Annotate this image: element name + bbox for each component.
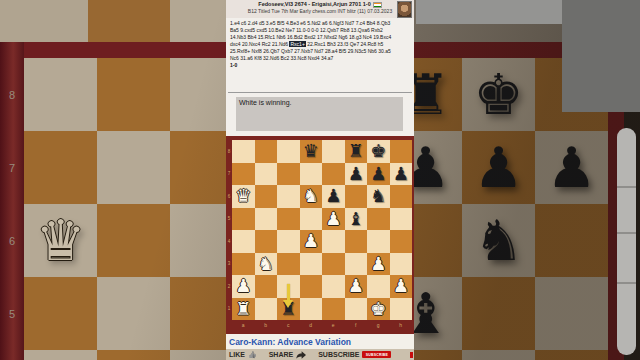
- white-rook: ♜: [235, 300, 251, 318]
- square-d8[interactable]: ♛: [300, 140, 323, 163]
- video-frame: 8765 ♛♜♚♟♟♟♛♞♟♞♟♝♟♞♟♟♟♟♜♜♚ Fedoseev,Vl3 …: [0, 0, 640, 360]
- square-b2[interactable]: [255, 275, 278, 298]
- panel-divider: [228, 92, 412, 93]
- white-pawn: ♟: [348, 277, 364, 295]
- move-line[interactable]: 1.e4 c6 2.d4 d5 3.e5 Bf5 4.Be3 e6 5.Nd2 …: [230, 20, 410, 27]
- action-bar: LIKE 👍 SHARE SUBSCRIBE SUBSCRIBE: [226, 349, 414, 360]
- square-c5[interactable]: [277, 208, 300, 231]
- move-line[interactable]: 25.Rxf8+ Nxf8 26.Qb7 Qxb7 27.Nxb7 Nd7 28…: [230, 48, 410, 55]
- black-pawn: ♟: [473, 140, 523, 196]
- main-board: 87654321 ♛♜♚♟♟♟♛♞♟♞♟♝♟♞♟♟♟♟♜♜♚ abcdefgh: [226, 136, 414, 334]
- players-text: Fedoseev,Vl3 2674 - Erigaisi,Arjun 2701 …: [258, 1, 370, 7]
- black-pawn: ♟: [348, 165, 364, 183]
- players-line: Fedoseev,Vl3 2674 - Erigaisi,Arjun 2701 …: [226, 1, 414, 8]
- india-flag-icon: [373, 2, 382, 8]
- square-d6[interactable]: ♞: [300, 185, 323, 208]
- square-a5[interactable]: [232, 208, 255, 231]
- file-label-c: c: [277, 320, 300, 331]
- square-g8: ♚: [462, 58, 535, 131]
- square-f7[interactable]: ♟: [345, 163, 368, 186]
- game-result: 1-0: [230, 62, 410, 69]
- share-arrow-icon[interactable]: [296, 351, 306, 359]
- square-d5[interactable]: [300, 208, 323, 231]
- square-g7: ♟: [462, 131, 535, 204]
- square-h7: ♟: [535, 131, 608, 204]
- square-c8[interactable]: [277, 140, 300, 163]
- square-f2[interactable]: ♟: [345, 275, 368, 298]
- black-bishop: ♝: [348, 210, 364, 228]
- square-b1[interactable]: [255, 298, 278, 321]
- move-line[interactable]: dxc4 20.Nxc4 Rc2 21.Nd6 Rxc1+ 22.Rxc1 Bh…: [230, 41, 410, 48]
- square-f4[interactable]: [345, 230, 368, 253]
- square-g6[interactable]: ♞: [367, 185, 390, 208]
- square-b7: [97, 131, 170, 204]
- square-f1[interactable]: [345, 298, 368, 321]
- background-rank-label-8: 8: [0, 88, 24, 102]
- black-rook: ♜: [348, 142, 364, 160]
- square-b7[interactable]: [255, 163, 278, 186]
- square-g4: [462, 350, 535, 360]
- square-h6[interactable]: [390, 185, 413, 208]
- white-king: ♚: [370, 300, 386, 318]
- evaluation-text: White is winning.: [239, 99, 292, 106]
- move-text[interactable]: 22.Rxc1 Bh3 23.f3 Qe7 24.Rc8 h5: [306, 41, 384, 47]
- square-e8[interactable]: [322, 140, 345, 163]
- thumbs-up-icon[interactable]: 👍: [248, 351, 257, 359]
- square-g2[interactable]: [367, 275, 390, 298]
- square-b8: [97, 58, 170, 131]
- square-b6: [97, 204, 170, 277]
- square-f3[interactable]: [345, 253, 368, 276]
- move-arrow-head: [283, 300, 293, 308]
- square-c4[interactable]: [277, 230, 300, 253]
- square-h5[interactable]: [390, 208, 413, 231]
- square-h1[interactable]: [390, 298, 413, 321]
- top-gray-panel: [416, 0, 566, 24]
- white-pawn: ♟: [303, 232, 319, 250]
- square-f8[interactable]: ♜: [345, 140, 368, 163]
- square-h5: [535, 277, 608, 350]
- black-pawn: ♟: [546, 140, 596, 196]
- subscribe-button-text: SUBSCRIBE: [366, 353, 388, 357]
- share-label[interactable]: SHARE: [269, 351, 294, 358]
- square-a4: [24, 350, 97, 360]
- scroll-bar-segment: [617, 282, 636, 284]
- file-label-f: f: [345, 320, 368, 331]
- square-d3[interactable]: [300, 253, 323, 276]
- cutoff-red-element: [410, 352, 413, 358]
- caption-strip: Caro-Kann: Advance Variation: [226, 334, 414, 349]
- white-pawn: ♟: [235, 277, 251, 295]
- square-b4[interactable]: [255, 230, 278, 253]
- square-a6[interactable]: ♛: [232, 185, 255, 208]
- square-a7[interactable]: [232, 163, 255, 186]
- square-e7[interactable]: [322, 163, 345, 186]
- move-line[interactable]: Ba5 9.cxd5 cxd5 10.Be2 Ne7 11.0-0 0-0 12…: [230, 27, 410, 34]
- square-b5[interactable]: [255, 208, 278, 231]
- square-b3[interactable]: ♞: [255, 253, 278, 276]
- square-e4[interactable]: [322, 230, 345, 253]
- board-grid: ♛♜♚♟♟♟♛♞♟♞♟♝♟♞♟♟♟♟♜♜♚: [232, 140, 412, 320]
- white-queen: ♛: [35, 213, 85, 269]
- black-knight: ♞: [473, 213, 523, 269]
- highlighted-move[interactable]: Rxc1+: [289, 41, 305, 47]
- like-label[interactable]: LIKE: [229, 351, 245, 358]
- square-a8: [24, 58, 97, 131]
- notation-panel: Fedoseev,Vl3 2674 - Erigaisi,Arjun 2701 …: [226, 0, 414, 136]
- square-a3[interactable]: [232, 253, 255, 276]
- square-h2[interactable]: ♟: [390, 275, 413, 298]
- white-pawn: ♟: [325, 210, 341, 228]
- square-h7[interactable]: ♟: [390, 163, 413, 186]
- move-arrow: [287, 284, 290, 301]
- subscribe-label[interactable]: SUBSCRIBE: [318, 351, 359, 358]
- black-pawn: ♟: [325, 187, 341, 205]
- square-a5: [24, 277, 97, 350]
- square-c6[interactable]: [277, 185, 300, 208]
- square-a8[interactable]: [232, 140, 255, 163]
- square-f5[interactable]: ♝: [345, 208, 368, 231]
- square-e6[interactable]: ♟: [322, 185, 345, 208]
- square-g8[interactable]: ♚: [367, 140, 390, 163]
- black-queen: ♛: [303, 142, 319, 160]
- white-pawn: ♟: [393, 277, 409, 295]
- square-h8[interactable]: [390, 140, 413, 163]
- black-pawn: ♟: [393, 165, 409, 183]
- square-b6[interactable]: [255, 185, 278, 208]
- square-g5[interactable]: [367, 208, 390, 231]
- square-a7: [24, 131, 97, 204]
- move-text[interactable]: dxc4 20.Nxc4 Rc2 21.Nd6: [230, 41, 289, 47]
- square-a2[interactable]: ♟: [232, 275, 255, 298]
- white-knight: ♞: [303, 187, 319, 205]
- file-label-b: b: [255, 320, 278, 331]
- player-photo: [397, 1, 412, 18]
- file-labels: abcdefgh: [232, 320, 412, 331]
- square-a4[interactable]: [232, 230, 255, 253]
- square-d4[interactable]: ♟: [300, 230, 323, 253]
- square-g7[interactable]: ♟: [367, 163, 390, 186]
- square-f6[interactable]: [345, 185, 368, 208]
- background-rank-label-6: 6: [0, 234, 24, 248]
- square-e2[interactable]: [322, 275, 345, 298]
- move-line[interactable]: Nc6 31.a6 Kf8 32.Nd6 Bc2 33.Nc8 Nxd4 34.…: [230, 55, 410, 62]
- black-king: ♚: [370, 142, 386, 160]
- game-header: Fedoseev,Vl3 2674 - Erigaisi,Arjun 2701 …: [226, 0, 414, 18]
- background-board-left-border: 8765: [0, 42, 24, 360]
- square-d7[interactable]: [300, 163, 323, 186]
- square-d1[interactable]: [300, 298, 323, 321]
- right-scroll-bar[interactable]: [617, 128, 636, 355]
- square-d2[interactable]: [300, 275, 323, 298]
- move-list[interactable]: 1.e4 c6 2.d4 d5 3.e5 Bf5 4.Be3 e6 5.Nd2 …: [226, 18, 414, 71]
- white-pawn: ♟: [370, 255, 386, 273]
- background-rank-label-7: 7: [0, 161, 24, 175]
- square-g1[interactable]: ♚: [367, 298, 390, 321]
- evaluation-box: White is winning.: [236, 97, 403, 131]
- square-h6: [535, 204, 608, 277]
- square-e1[interactable]: [322, 298, 345, 321]
- move-line[interactable]: 14.Nb3 Bb4 15.Rfc1 Nb6 16.Bd2 Bxd2 17.Nf…: [230, 34, 410, 41]
- square-c3[interactable]: [277, 253, 300, 276]
- square-b8[interactable]: [255, 140, 278, 163]
- event-line: B12 Titled Tue 7th Mar Early chess.com I…: [226, 8, 414, 14]
- square-b5: [97, 277, 170, 350]
- square-g3[interactable]: ♟: [367, 253, 390, 276]
- subscribe-button[interactable]: SUBSCRIBE: [362, 351, 391, 358]
- file-label-a: a: [232, 320, 255, 331]
- white-knight: ♞: [258, 255, 274, 273]
- square-a1[interactable]: ♜: [232, 298, 255, 321]
- square-h3[interactable]: [390, 253, 413, 276]
- scroll-bar-segment: [617, 186, 636, 188]
- scroll-bar-segment: [617, 232, 636, 234]
- square-h4: [535, 350, 608, 360]
- opening-name: Caro-Kann: Advance Variation: [229, 337, 351, 347]
- black-pawn: ♟: [370, 165, 386, 183]
- square-c7[interactable]: [277, 163, 300, 186]
- square-h4[interactable]: [390, 230, 413, 253]
- square-g5: [462, 277, 535, 350]
- file-label-h: h: [390, 320, 413, 331]
- square-g6: ♞: [462, 204, 535, 277]
- file-label-d: d: [300, 320, 323, 331]
- black-knight: ♞: [370, 187, 386, 205]
- background-rank-label-5: 5: [0, 307, 24, 321]
- square-e3[interactable]: [322, 253, 345, 276]
- square-b4: [97, 350, 170, 360]
- square-a6: ♛: [24, 204, 97, 277]
- black-king: ♚: [473, 67, 523, 123]
- file-label-e: e: [322, 320, 345, 331]
- square-e5[interactable]: ♟: [322, 208, 345, 231]
- file-label-g: g: [367, 320, 390, 331]
- corner-gray-panel: [562, 0, 640, 112]
- square-g4[interactable]: [367, 230, 390, 253]
- white-queen: ♛: [235, 187, 251, 205]
